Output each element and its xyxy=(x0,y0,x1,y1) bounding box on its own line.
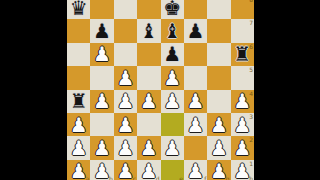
square-g6[interactable] xyxy=(207,43,230,66)
square-f8[interactable] xyxy=(184,0,207,19)
square-a5[interactable] xyxy=(67,66,90,89)
square-f1[interactable]: ♟f xyxy=(184,160,207,180)
white-pawn-icon: ♟ xyxy=(114,66,137,89)
square-g8[interactable] xyxy=(207,0,230,19)
square-d1[interactable]: ♟d xyxy=(137,160,160,180)
white-pawn-icon: ♟ xyxy=(231,136,254,159)
square-d4[interactable]: ♟ xyxy=(137,90,160,113)
square-f2[interactable] xyxy=(184,136,207,159)
black-rook-icon: ♜ xyxy=(231,43,254,66)
square-c3[interactable]: ♟ xyxy=(114,113,137,136)
white-pawn-icon: ♟ xyxy=(114,160,137,180)
white-pawn-icon: ♟ xyxy=(90,160,113,180)
white-pawn-icon: ♟ xyxy=(231,113,254,136)
square-h3[interactable]: ♟3 xyxy=(231,113,254,136)
white-pawn-icon: ♟ xyxy=(184,160,207,180)
square-f7[interactable]: ♟ xyxy=(184,19,207,42)
white-pawn-icon: ♟ xyxy=(207,113,230,136)
square-a3[interactable]: ♟ xyxy=(67,113,90,136)
white-pawn-icon: ♟ xyxy=(231,160,254,180)
square-b6[interactable]: ♟ xyxy=(90,43,113,66)
square-d8[interactable] xyxy=(137,0,160,19)
square-e4[interactable]: ♟ xyxy=(161,90,184,113)
white-pawn-icon: ♟ xyxy=(90,136,113,159)
square-c5[interactable]: ♟ xyxy=(114,66,137,89)
square-g1[interactable]: ♟g xyxy=(207,160,230,180)
square-f5[interactable] xyxy=(184,66,207,89)
white-pawn-icon: ♟ xyxy=(90,43,113,66)
white-pawn-icon: ♟ xyxy=(161,90,184,113)
square-g5[interactable] xyxy=(207,66,230,89)
square-f3[interactable]: ♟ xyxy=(184,113,207,136)
white-pawn-icon: ♟ xyxy=(137,90,160,113)
white-pawn-icon: ♟ xyxy=(161,66,184,89)
square-a7[interactable] xyxy=(67,19,90,42)
black-queen-icon: ♛ xyxy=(67,0,90,19)
square-b4[interactable]: ♟ xyxy=(90,90,113,113)
square-b1[interactable]: ♟b xyxy=(90,160,113,180)
square-b8[interactable] xyxy=(90,0,113,19)
square-e1[interactable]: e xyxy=(161,160,184,180)
square-a2[interactable]: ♟ xyxy=(67,136,90,159)
square-h7[interactable]: 7 xyxy=(231,19,254,42)
square-a8[interactable]: ♛ xyxy=(67,0,90,19)
square-g2[interactable]: ♟ xyxy=(207,136,230,159)
square-g7[interactable] xyxy=(207,19,230,42)
square-g3[interactable]: ♟ xyxy=(207,113,230,136)
black-bishop-icon: ♝ xyxy=(161,19,184,42)
square-e2[interactable]: ♟ xyxy=(161,136,184,159)
square-b5[interactable] xyxy=(90,66,113,89)
rank-label-5: 5 xyxy=(249,67,253,73)
square-d3[interactable] xyxy=(137,113,160,136)
square-a6[interactable] xyxy=(67,43,90,66)
white-pawn-icon: ♟ xyxy=(207,136,230,159)
square-e7[interactable]: ♝ xyxy=(161,19,184,42)
square-g4[interactable] xyxy=(207,90,230,113)
file-label-e: e xyxy=(179,176,183,180)
video-frame: ♛♚8♟♝♝♟7♟♟♜6♟♟5♜♟♟♟♟♟♟4♟♟♟♟♟3♟♟♟♟♟♟♟2♟a♟… xyxy=(0,0,320,180)
square-h6[interactable]: ♜6 xyxy=(231,43,254,66)
square-a1[interactable]: ♟a xyxy=(67,160,90,180)
square-d2[interactable]: ♟ xyxy=(137,136,160,159)
square-f6[interactable] xyxy=(184,43,207,66)
black-rook-icon: ♜ xyxy=(67,90,90,113)
square-h2[interactable]: ♟2 xyxy=(231,136,254,159)
square-f4[interactable]: ♟ xyxy=(184,90,207,113)
white-pawn-icon: ♟ xyxy=(114,90,137,113)
rank-label-7: 7 xyxy=(249,20,253,26)
black-pawn-icon: ♟ xyxy=(184,19,207,42)
square-e3[interactable] xyxy=(161,113,184,136)
black-pawn-icon: ♟ xyxy=(161,43,184,66)
square-e8[interactable]: ♚ xyxy=(161,0,184,19)
white-pawn-icon: ♟ xyxy=(207,160,230,180)
letterbox-left xyxy=(0,0,67,180)
white-pawn-icon: ♟ xyxy=(184,113,207,136)
white-pawn-icon: ♟ xyxy=(67,113,90,136)
square-b2[interactable]: ♟ xyxy=(90,136,113,159)
square-e6[interactable]: ♟ xyxy=(161,43,184,66)
white-pawn-icon: ♟ xyxy=(137,160,160,180)
white-pawn-icon: ♟ xyxy=(137,136,160,159)
square-c8[interactable] xyxy=(114,0,137,19)
rank-label-8: 8 xyxy=(249,0,253,3)
white-pawn-icon: ♟ xyxy=(114,113,137,136)
letterbox-right xyxy=(254,0,320,180)
black-king-icon: ♚ xyxy=(161,0,184,19)
chess-board: ♛♚8♟♝♝♟7♟♟♜6♟♟5♜♟♟♟♟♟♟4♟♟♟♟♟3♟♟♟♟♟♟♟2♟a♟… xyxy=(67,0,254,180)
square-h8[interactable]: 8 xyxy=(231,0,254,19)
square-h5[interactable]: 5 xyxy=(231,66,254,89)
square-c4[interactable]: ♟ xyxy=(114,90,137,113)
square-d6[interactable] xyxy=(137,43,160,66)
white-pawn-icon: ♟ xyxy=(114,136,137,159)
white-pawn-icon: ♟ xyxy=(67,160,90,180)
white-pawn-icon: ♟ xyxy=(161,136,184,159)
square-d7[interactable]: ♝ xyxy=(137,19,160,42)
square-e5[interactable]: ♟ xyxy=(161,66,184,89)
square-c1[interactable]: ♟c xyxy=(114,160,137,180)
square-b3[interactable] xyxy=(90,113,113,136)
square-c6[interactable] xyxy=(114,43,137,66)
square-h1[interactable]: ♟1h xyxy=(231,160,254,180)
white-pawn-icon: ♟ xyxy=(231,90,254,113)
white-pawn-icon: ♟ xyxy=(90,90,113,113)
square-c7[interactable] xyxy=(114,19,137,42)
square-h4[interactable]: ♟4 xyxy=(231,90,254,113)
square-b7[interactable]: ♟ xyxy=(90,19,113,42)
black-bishop-icon: ♝ xyxy=(137,19,160,42)
white-pawn-icon: ♟ xyxy=(184,90,207,113)
black-pawn-icon: ♟ xyxy=(90,19,113,42)
square-c2[interactable]: ♟ xyxy=(114,136,137,159)
square-a4[interactable]: ♜ xyxy=(67,90,90,113)
square-d5[interactable] xyxy=(137,66,160,89)
white-pawn-icon: ♟ xyxy=(67,136,90,159)
